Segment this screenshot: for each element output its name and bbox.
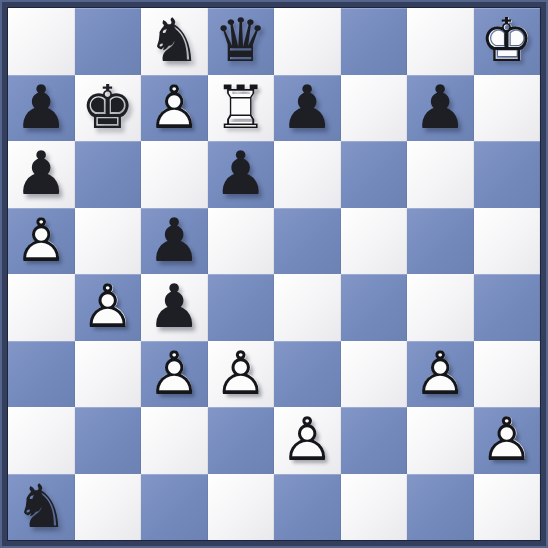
square-d1[interactable]: [208, 474, 275, 541]
white-pawn-icon: ♟♙: [8, 208, 75, 275]
square-g4[interactable]: [407, 274, 474, 341]
black-pawn-icon: ♟: [274, 75, 341, 142]
square-e4[interactable]: [274, 274, 341, 341]
square-e7[interactable]: ♟: [274, 75, 341, 142]
square-f7[interactable]: [341, 75, 408, 142]
square-d2[interactable]: [208, 407, 275, 474]
square-g8[interactable]: [407, 8, 474, 75]
piece-glyph: ♞: [141, 7, 208, 74]
square-f1[interactable]: [341, 474, 408, 541]
square-a4[interactable]: [8, 274, 75, 341]
square-e6[interactable]: [274, 141, 341, 208]
black-pawn-icon: ♟: [141, 208, 208, 275]
square-f8[interactable]: [341, 8, 408, 75]
square-c1[interactable]: [141, 474, 208, 541]
square-h1[interactable]: [474, 474, 541, 541]
piece-glyph: ♟: [274, 74, 341, 141]
square-b1[interactable]: [75, 474, 142, 541]
piece-outline: ♖: [208, 74, 275, 141]
square-g7[interactable]: ♟: [407, 75, 474, 142]
square-b2[interactable]: [75, 407, 142, 474]
square-c7[interactable]: ♟♙: [141, 75, 208, 142]
square-g5[interactable]: [407, 208, 474, 275]
square-h6[interactable]: [474, 141, 541, 208]
black-pawn-icon: ♟: [8, 141, 75, 208]
white-pawn-icon: ♟♙: [274, 407, 341, 474]
square-g1[interactable]: [407, 474, 474, 541]
square-a7[interactable]: ♟: [8, 75, 75, 142]
square-f2[interactable]: [341, 407, 408, 474]
board-frame: ♞♛♚♔♟♚♟♙♜♖♟♟♟♟♟♙♟♟♙♟♟♙♟♙♟♙♟♙♟♙♞: [0, 0, 548, 548]
piece-glyph: ♟: [407, 74, 474, 141]
black-king-icon: ♚: [75, 75, 142, 142]
white-pawn-icon: ♟♙: [407, 341, 474, 408]
piece-outline: ♙: [75, 273, 142, 340]
square-h7[interactable]: [474, 75, 541, 142]
square-a2[interactable]: [8, 407, 75, 474]
piece-outline: ♔: [474, 7, 541, 74]
white-pawn-icon: ♟♙: [75, 274, 142, 341]
square-b7[interactable]: ♚: [75, 75, 142, 142]
square-h8[interactable]: ♚♔: [474, 8, 541, 75]
piece-glyph: ♟: [208, 140, 275, 207]
square-b3[interactable]: [75, 341, 142, 408]
black-queen-icon: ♛: [208, 8, 275, 75]
square-a1[interactable]: ♞: [8, 474, 75, 541]
chess-board: ♞♛♚♔♟♚♟♙♜♖♟♟♟♟♟♙♟♟♙♟♟♙♟♙♟♙♟♙♟♙♞: [8, 8, 540, 540]
square-e3[interactable]: [274, 341, 341, 408]
square-e5[interactable]: [274, 208, 341, 275]
piece-outline: ♙: [274, 406, 341, 473]
white-king-icon: ♚♔: [474, 8, 541, 75]
square-a3[interactable]: [8, 341, 75, 408]
piece-glyph: ♚: [75, 74, 142, 141]
piece-glyph: ♟: [141, 207, 208, 274]
square-g2[interactable]: [407, 407, 474, 474]
square-b4[interactable]: ♟♙: [75, 274, 142, 341]
piece-glyph: ♛: [208, 7, 275, 74]
square-c4[interactable]: ♟: [141, 274, 208, 341]
square-g3[interactable]: ♟♙: [407, 341, 474, 408]
piece-outline: ♙: [407, 340, 474, 407]
square-e8[interactable]: [274, 8, 341, 75]
square-h4[interactable]: [474, 274, 541, 341]
square-a6[interactable]: ♟: [8, 141, 75, 208]
black-knight-icon: ♞: [8, 474, 75, 541]
piece-outline: ♙: [208, 340, 275, 407]
piece-glyph: ♟: [8, 74, 75, 141]
square-c2[interactable]: [141, 407, 208, 474]
square-d6[interactable]: ♟: [208, 141, 275, 208]
square-d3[interactable]: ♟♙: [208, 341, 275, 408]
square-f4[interactable]: [341, 274, 408, 341]
piece-outline: ♙: [8, 207, 75, 274]
square-c6[interactable]: [141, 141, 208, 208]
square-d7[interactable]: ♜♖: [208, 75, 275, 142]
black-pawn-icon: ♟: [407, 75, 474, 142]
piece-outline: ♙: [141, 74, 208, 141]
square-c5[interactable]: ♟: [141, 208, 208, 275]
square-f5[interactable]: [341, 208, 408, 275]
piece-glyph: ♟: [8, 140, 75, 207]
square-f6[interactable]: [341, 141, 408, 208]
square-g6[interactable]: [407, 141, 474, 208]
black-pawn-icon: ♟: [8, 75, 75, 142]
square-h3[interactable]: [474, 341, 541, 408]
square-e1[interactable]: [274, 474, 341, 541]
square-b6[interactable]: [75, 141, 142, 208]
square-d4[interactable]: [208, 274, 275, 341]
piece-glyph: ♞: [8, 473, 75, 540]
black-knight-icon: ♞: [141, 8, 208, 75]
square-a5[interactable]: ♟♙: [8, 208, 75, 275]
square-b5[interactable]: [75, 208, 142, 275]
white-pawn-icon: ♟♙: [474, 407, 541, 474]
black-pawn-icon: ♟: [141, 274, 208, 341]
square-a8[interactable]: [8, 8, 75, 75]
square-b8[interactable]: [75, 8, 142, 75]
square-h2[interactable]: ♟♙: [474, 407, 541, 474]
white-pawn-icon: ♟♙: [208, 341, 275, 408]
white-rook-icon: ♜♖: [208, 75, 275, 142]
square-c8[interactable]: ♞: [141, 8, 208, 75]
piece-outline: ♙: [474, 406, 541, 473]
square-e2[interactable]: ♟♙: [274, 407, 341, 474]
square-h5[interactable]: [474, 208, 541, 275]
piece-glyph: ♟: [141, 273, 208, 340]
white-pawn-icon: ♟♙: [141, 341, 208, 408]
square-d8[interactable]: ♛: [208, 8, 275, 75]
piece-outline: ♙: [141, 340, 208, 407]
black-pawn-icon: ♟: [208, 141, 275, 208]
square-c3[interactable]: ♟♙: [141, 341, 208, 408]
square-f3[interactable]: [341, 341, 408, 408]
square-d5[interactable]: [208, 208, 275, 275]
white-pawn-icon: ♟♙: [141, 75, 208, 142]
